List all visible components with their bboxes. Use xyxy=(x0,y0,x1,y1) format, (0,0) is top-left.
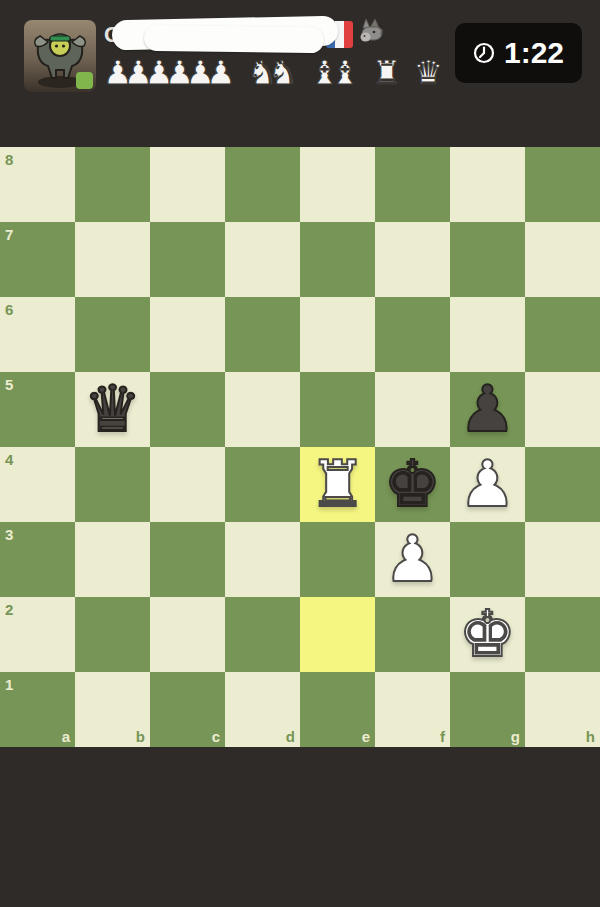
square-h4[interactable] xyxy=(525,447,600,522)
captured-rooks-group: ♜ xyxy=(372,56,402,90)
rank-label-5: 5 xyxy=(5,376,13,393)
rank-label-2: 2 xyxy=(5,601,13,618)
captured-pawns-group: ♟♟♟♟♟♟ xyxy=(103,56,236,90)
square-c8[interactable] xyxy=(150,147,225,222)
name-redaction-scribble xyxy=(144,25,324,54)
square-h5[interactable] xyxy=(525,372,600,447)
square-c5[interactable] xyxy=(150,372,225,447)
square-h8[interactable] xyxy=(525,147,600,222)
square-h6[interactable] xyxy=(525,297,600,372)
file-label-a: a xyxy=(62,728,70,745)
square-b4[interactable] xyxy=(75,447,150,522)
bottom-player-bar: ♟ Vi ♟♟♟♟♟♟♟♞♞♝♝♜♜ 0:00.6 xyxy=(0,747,600,907)
square-f2[interactable] xyxy=(375,597,450,672)
captured-pawn-icon: ♟ xyxy=(206,56,236,90)
square-f4[interactable]: ♚ xyxy=(375,447,450,522)
square-a2[interactable]: 2 xyxy=(0,597,75,672)
square-c7[interactable] xyxy=(150,222,225,297)
white-rook-e4[interactable]: ♜ xyxy=(300,447,375,522)
square-a7[interactable]: 7 xyxy=(0,222,75,297)
top-player-captured-pieces: ♟♟♟♟♟♟♞♞♝♝♜♛+3 xyxy=(103,56,481,90)
square-c6[interactable] xyxy=(150,297,225,372)
square-f1[interactable]: f xyxy=(375,672,450,747)
captured-knight-icon: ♞ xyxy=(268,56,298,90)
square-e5[interactable] xyxy=(300,372,375,447)
square-d1[interactable]: d xyxy=(225,672,300,747)
square-g2[interactable]: ♚ xyxy=(450,597,525,672)
square-a1[interactable]: 1a xyxy=(0,672,75,747)
square-b7[interactable] xyxy=(75,222,150,297)
file-label-e: e xyxy=(362,728,370,745)
file-label-d: d xyxy=(286,728,295,745)
square-d6[interactable] xyxy=(225,297,300,372)
square-e7[interactable] xyxy=(300,222,375,297)
captured-queens-group: ♛ xyxy=(414,56,444,90)
square-a5[interactable]: 5 xyxy=(0,372,75,447)
square-c2[interactable] xyxy=(150,597,225,672)
rank-label-4: 4 xyxy=(5,451,13,468)
black-king-f4[interactable]: ♚ xyxy=(375,447,450,522)
file-label-h: h xyxy=(586,728,595,745)
square-g8[interactable] xyxy=(450,147,525,222)
top-player-bar: O (1200) ♟♟♟♟♟♟♞♞♝♝♜♛+3 xyxy=(0,0,600,147)
white-king-g2[interactable]: ♚ xyxy=(450,597,525,672)
rank-label-6: 6 xyxy=(5,301,13,318)
square-e6[interactable] xyxy=(300,297,375,372)
file-label-b: b xyxy=(136,728,145,745)
top-player-clock: 1:22 xyxy=(455,23,582,83)
chess-board[interactable]: 8765♛♟4♜♚♟3♟2♚1abcdefgh xyxy=(0,147,600,747)
square-f6[interactable] xyxy=(375,297,450,372)
rank-label-3: 3 xyxy=(5,526,13,543)
square-f3[interactable]: ♟ xyxy=(375,522,450,597)
captured-bishop-icon: ♝ xyxy=(330,56,360,90)
square-b3[interactable] xyxy=(75,522,150,597)
top-clock-time: 1:22 xyxy=(504,36,564,70)
black-queen-b5[interactable]: ♛ xyxy=(75,372,150,447)
top-player-name-row: O (1200) xyxy=(104,20,121,52)
square-d5[interactable] xyxy=(225,372,300,447)
square-d8[interactable] xyxy=(225,147,300,222)
square-b1[interactable]: b xyxy=(75,672,150,747)
square-g3[interactable] xyxy=(450,522,525,597)
square-a6[interactable]: 6 xyxy=(0,297,75,372)
square-a8[interactable]: 8 xyxy=(0,147,75,222)
square-g7[interactable] xyxy=(450,222,525,297)
square-h7[interactable] xyxy=(525,222,600,297)
white-pawn-f3[interactable]: ♟ xyxy=(375,522,450,597)
square-d3[interactable] xyxy=(225,522,300,597)
black-pawn-g5[interactable]: ♟ xyxy=(450,372,525,447)
square-h2[interactable] xyxy=(525,597,600,672)
square-d4[interactable] xyxy=(225,447,300,522)
file-label-c: c xyxy=(212,728,220,745)
captured-rook-icon: ♜ xyxy=(372,56,402,90)
square-f7[interactable] xyxy=(375,222,450,297)
online-status-badge xyxy=(76,72,93,89)
square-c1[interactable]: c xyxy=(150,672,225,747)
square-f8[interactable] xyxy=(375,147,450,222)
square-c4[interactable] xyxy=(150,447,225,522)
square-e4[interactable]: ♜ xyxy=(300,447,375,522)
square-g1[interactable]: g xyxy=(450,672,525,747)
rank-label-1: 1 xyxy=(5,676,13,693)
square-g6[interactable] xyxy=(450,297,525,372)
captured-queen-icon: ♛ xyxy=(414,56,444,90)
square-f5[interactable] xyxy=(375,372,450,447)
square-b5[interactable]: ♛ xyxy=(75,372,150,447)
file-label-g: g xyxy=(511,728,520,745)
square-h1[interactable]: h xyxy=(525,672,600,747)
square-e1[interactable]: e xyxy=(300,672,375,747)
square-d2[interactable] xyxy=(225,597,300,672)
square-a4[interactable]: 4 xyxy=(0,447,75,522)
file-label-f: f xyxy=(440,728,445,745)
rank-label-7: 7 xyxy=(5,226,13,243)
square-c3[interactable] xyxy=(150,522,225,597)
square-h3[interactable] xyxy=(525,522,600,597)
square-d7[interactable] xyxy=(225,222,300,297)
rank-label-8: 8 xyxy=(5,151,13,168)
square-a3[interactable]: 3 xyxy=(0,522,75,597)
square-g5[interactable]: ♟ xyxy=(450,372,525,447)
square-b2[interactable] xyxy=(75,597,150,672)
captured-knights-group: ♞♞ xyxy=(248,56,298,90)
clock-icon xyxy=(473,42,495,64)
square-b8[interactable] xyxy=(75,147,150,222)
captured-bishops-group: ♝♝ xyxy=(310,56,360,90)
square-b6[interactable] xyxy=(75,297,150,372)
square-e2[interactable] xyxy=(300,597,375,672)
square-e8[interactable] xyxy=(300,147,375,222)
top-player-avatar[interactable] xyxy=(24,20,96,92)
donkey-icon xyxy=(358,18,385,51)
square-g4[interactable]: ♟ xyxy=(450,447,525,522)
white-pawn-g4[interactable]: ♟ xyxy=(450,447,525,522)
square-e3[interactable] xyxy=(300,522,375,597)
